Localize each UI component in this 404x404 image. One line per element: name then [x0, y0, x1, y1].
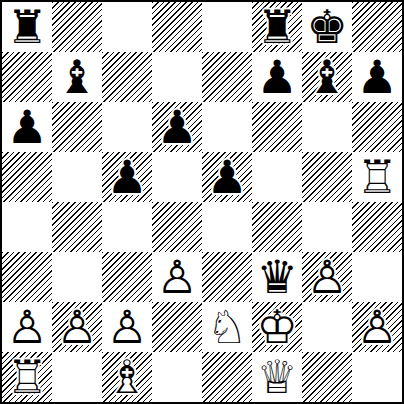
piece-white-knight[interactable]: ♞♘: [202, 302, 252, 352]
square-g5[interactable]: [302, 152, 352, 202]
piece-glyph: ♖: [356, 154, 397, 200]
square-h8[interactable]: [352, 2, 402, 52]
square-a2[interactable]: ♟♙: [2, 302, 52, 352]
square-c7[interactable]: [102, 52, 152, 102]
piece-white-rook[interactable]: ♜♖: [352, 152, 402, 202]
square-h3[interactable]: [352, 252, 402, 302]
piece-white-pawn[interactable]: ♟♙: [152, 252, 202, 302]
square-g1[interactable]: [302, 352, 352, 402]
square-e8[interactable]: [202, 2, 252, 52]
square-f3[interactable]: ♛♛: [252, 252, 302, 302]
square-f7[interactable]: ♟♟: [252, 52, 302, 102]
piece-glyph: ♟: [256, 54, 297, 100]
chess-board: ♜♜♜♜♚♚♝♝♟♟♝♝♟♟♟♟♟♟♟♟♟♟♜♖♟♙♛♛♟♙♟♙♟♙♟♙♞♘♚♔…: [2, 2, 402, 402]
square-h2[interactable]: ♟♙: [352, 302, 402, 352]
piece-white-queen[interactable]: ♛♕: [252, 352, 302, 402]
piece-glyph: ♙: [156, 254, 197, 300]
piece-white-pawn[interactable]: ♟♙: [102, 302, 152, 352]
piece-glyph: ♟: [206, 154, 247, 200]
square-e3[interactable]: [202, 252, 252, 302]
square-b6[interactable]: [52, 102, 102, 152]
piece-glyph: ♙: [106, 304, 147, 350]
piece-glyph: ♙: [306, 254, 347, 300]
piece-glyph: ♙: [356, 304, 397, 350]
piece-glyph: ♟: [106, 154, 147, 200]
square-d2[interactable]: [152, 302, 202, 352]
piece-glyph: ♕: [256, 354, 297, 400]
square-a6[interactable]: ♟♟: [2, 102, 52, 152]
piece-white-rook[interactable]: ♜♖: [2, 352, 52, 402]
square-f2[interactable]: ♚♔: [252, 302, 302, 352]
piece-glyph: ♘: [206, 304, 247, 350]
square-c5[interactable]: ♟♟: [102, 152, 152, 202]
square-c1[interactable]: ♝♗: [102, 352, 152, 402]
piece-black-pawn[interactable]: ♟♟: [2, 102, 52, 152]
piece-glyph: ♛: [256, 254, 297, 300]
square-b8[interactable]: [52, 2, 102, 52]
piece-black-pawn[interactable]: ♟♟: [102, 152, 152, 202]
square-g3[interactable]: ♟♙: [302, 252, 352, 302]
piece-black-bishop[interactable]: ♝♝: [52, 52, 102, 102]
piece-black-pawn[interactable]: ♟♟: [352, 52, 402, 102]
square-d4[interactable]: [152, 202, 202, 252]
piece-glyph: ♙: [56, 304, 97, 350]
piece-white-pawn[interactable]: ♟♙: [352, 302, 402, 352]
square-h4[interactable]: [352, 202, 402, 252]
piece-glyph: ♖: [6, 354, 47, 400]
piece-black-pawn[interactable]: ♟♟: [252, 52, 302, 102]
square-c4[interactable]: [102, 202, 152, 252]
chess-board-frame: ♜♜♜♜♚♚♝♝♟♟♝♝♟♟♟♟♟♟♟♟♟♟♜♖♟♙♛♛♟♙♟♙♟♙♟♙♞♘♚♔…: [0, 0, 404, 404]
square-c2[interactable]: ♟♙: [102, 302, 152, 352]
square-a4[interactable]: [2, 202, 52, 252]
square-e2[interactable]: ♞♘: [202, 302, 252, 352]
piece-glyph: ♝: [56, 54, 97, 100]
piece-black-queen[interactable]: ♛♛: [252, 252, 302, 302]
piece-black-pawn[interactable]: ♟♟: [152, 102, 202, 152]
square-h6[interactable]: [352, 102, 402, 152]
square-b1[interactable]: [52, 352, 102, 402]
piece-white-pawn[interactable]: ♟♙: [302, 252, 352, 302]
piece-glyph: ♝: [306, 54, 347, 100]
square-c6[interactable]: [102, 102, 152, 152]
square-a8[interactable]: ♜♜: [2, 2, 52, 52]
square-g4[interactable]: [302, 202, 352, 252]
square-f6[interactable]: [252, 102, 302, 152]
square-a3[interactable]: [2, 252, 52, 302]
square-g7[interactable]: ♝♝: [302, 52, 352, 102]
piece-glyph: ♜: [256, 4, 297, 50]
square-c3[interactable]: [102, 252, 152, 302]
square-h5[interactable]: ♜♖: [352, 152, 402, 202]
square-e1[interactable]: [202, 352, 252, 402]
piece-glyph: ♟: [6, 104, 47, 150]
square-d1[interactable]: [152, 352, 202, 402]
piece-glyph: ♚: [306, 4, 347, 50]
square-f8[interactable]: ♜♜: [252, 2, 302, 52]
square-f1[interactable]: ♛♕: [252, 352, 302, 402]
square-b2[interactable]: ♟♙: [52, 302, 102, 352]
square-d5[interactable]: [152, 152, 202, 202]
square-e4[interactable]: [202, 202, 252, 252]
piece-black-rook[interactable]: ♜♜: [2, 2, 52, 52]
piece-black-king[interactable]: ♚♚: [302, 2, 352, 52]
piece-glyph: ♔: [256, 304, 297, 350]
square-g8[interactable]: ♚♚: [302, 2, 352, 52]
square-g2[interactable]: [302, 302, 352, 352]
square-c8[interactable]: [102, 2, 152, 52]
piece-white-pawn[interactable]: ♟♙: [2, 302, 52, 352]
square-b4[interactable]: [52, 202, 102, 252]
square-e6[interactable]: [202, 102, 252, 152]
square-a1[interactable]: ♜♖: [2, 352, 52, 402]
square-d7[interactable]: [152, 52, 202, 102]
piece-glyph: ♗: [106, 354, 147, 400]
square-h1[interactable]: [352, 352, 402, 402]
square-b5[interactable]: [52, 152, 102, 202]
piece-glyph: ♟: [356, 54, 397, 100]
piece-white-king[interactable]: ♚♔: [252, 302, 302, 352]
square-e7[interactable]: [202, 52, 252, 102]
square-a7[interactable]: [2, 52, 52, 102]
square-d6[interactable]: ♟♟: [152, 102, 202, 152]
piece-white-pawn[interactable]: ♟♙: [52, 302, 102, 352]
square-e5[interactable]: ♟♟: [202, 152, 252, 202]
piece-black-rook[interactable]: ♜♜: [252, 2, 302, 52]
piece-white-bishop[interactable]: ♝♗: [102, 352, 152, 402]
piece-black-bishop[interactable]: ♝♝: [302, 52, 352, 102]
piece-glyph: ♙: [6, 304, 47, 350]
square-b7[interactable]: ♝♝: [52, 52, 102, 102]
piece-glyph: ♟: [156, 104, 197, 150]
piece-glyph: ♜: [6, 4, 47, 50]
square-f4[interactable]: [252, 202, 302, 252]
square-d8[interactable]: [152, 2, 202, 52]
square-f5[interactable]: [252, 152, 302, 202]
square-d3[interactable]: ♟♙: [152, 252, 202, 302]
square-b3[interactable]: [52, 252, 102, 302]
square-h7[interactable]: ♟♟: [352, 52, 402, 102]
square-a5[interactable]: [2, 152, 52, 202]
piece-black-pawn[interactable]: ♟♟: [202, 152, 252, 202]
square-g6[interactable]: [302, 102, 352, 152]
